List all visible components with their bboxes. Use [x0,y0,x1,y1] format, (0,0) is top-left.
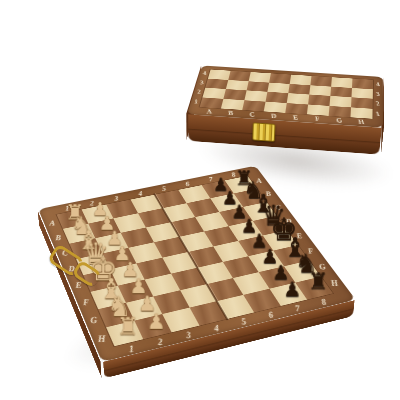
box-square-d2 [266,92,289,103]
box-square-f1 [307,104,330,116]
box-square-b1 [221,99,245,110]
closed-chess-box: ABCDEFGH 4321 4321 [187,65,383,127]
box-square-h1 [351,107,373,119]
box-rank-label: 1 [191,93,201,111]
box-square-g1 [329,106,351,118]
piece-white-rook-h1: ♜ [108,315,146,339]
box-square-a1 [200,97,224,108]
box-square-c1 [242,100,265,111]
box-square-d1 [264,101,287,112]
box-square-f2 [308,95,330,106]
brass-clasp [252,122,275,141]
box-checkerboard [200,69,373,118]
scene: ABCDEFGH 4321 4321 ABCDEFGH ABCDEFGH 123… [0,0,400,400]
box-square-e1 [285,103,308,114]
product-photo: ABCDEFGH 4321 4321 ABCDEFGH ABCDEFGH 123… [0,0,400,400]
piece-black-pawn-h7: ♟ [274,279,310,299]
box-rank-labels-right: 4321 [372,80,382,120]
